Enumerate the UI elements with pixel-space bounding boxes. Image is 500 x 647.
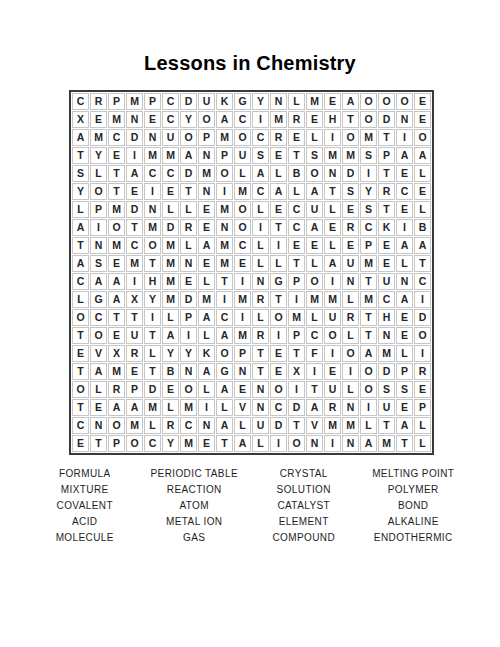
grid-cell[interactable]: C [252, 129, 269, 146]
grid-cell[interactable]: L [144, 345, 161, 362]
grid-cell[interactable]: S [378, 381, 395, 398]
grid-cell[interactable]: S [360, 201, 377, 218]
grid-cell[interactable]: E [306, 237, 323, 254]
grid-cell[interactable]: A [198, 237, 215, 254]
grid-cell[interactable]: P [216, 147, 233, 164]
grid-cell[interactable]: D [342, 165, 359, 182]
grid-cell[interactable]: M [180, 435, 197, 452]
grid-cell[interactable]: D [162, 219, 179, 236]
grid-cell[interactable]: T [378, 165, 395, 182]
grid-cell[interactable]: M [108, 363, 125, 380]
grid-cell[interactable]: R [252, 291, 269, 308]
grid-cell[interactable]: B [162, 363, 179, 380]
grid-cell[interactable]: T [126, 219, 143, 236]
grid-cell[interactable]: M [162, 291, 179, 308]
grid-cell[interactable]: E [288, 129, 305, 146]
grid-cell[interactable]: A [126, 399, 143, 416]
grid-cell[interactable]: L [198, 327, 215, 344]
grid-cell[interactable]: L [90, 165, 107, 182]
grid-cell[interactable]: C [162, 165, 179, 182]
grid-cell[interactable]: C [414, 273, 431, 290]
grid-cell[interactable]: N [144, 129, 161, 146]
grid-cell[interactable]: E [342, 237, 359, 254]
grid-cell[interactable]: T [378, 417, 395, 434]
grid-cell[interactable]: O [126, 435, 143, 452]
grid-cell[interactable]: L [216, 399, 233, 416]
grid-cell[interactable]: L [72, 291, 89, 308]
grid-cell[interactable]: D [288, 399, 305, 416]
grid-cell[interactable]: T [396, 435, 413, 452]
grid-cell[interactable]: E [198, 255, 215, 272]
grid-cell[interactable]: M [306, 291, 323, 308]
grid-cell[interactable]: N [252, 273, 269, 290]
grid-cell[interactable]: I [126, 273, 143, 290]
grid-cell[interactable]: E [72, 345, 89, 362]
grid-cell[interactable]: O [90, 183, 107, 200]
grid-cell[interactable]: D [378, 363, 395, 380]
grid-cell[interactable]: T [288, 417, 305, 434]
grid-cell[interactable]: A [396, 291, 413, 308]
grid-cell[interactable]: A [342, 93, 359, 110]
grid-cell[interactable]: O [342, 129, 359, 146]
grid-cell[interactable]: M [306, 93, 323, 110]
grid-cell[interactable]: I [216, 291, 233, 308]
grid-cell[interactable]: Y [360, 183, 377, 200]
grid-cell[interactable]: I [234, 273, 251, 290]
grid-cell[interactable]: I [288, 381, 305, 398]
grid-cell[interactable]: M [378, 345, 395, 362]
grid-cell[interactable]: I [126, 147, 143, 164]
grid-cell[interactable]: O [108, 219, 125, 236]
grid-cell[interactable]: S [72, 165, 89, 182]
grid-cell[interactable]: O [306, 273, 323, 290]
grid-cell[interactable]: E [414, 111, 431, 128]
grid-cell[interactable]: P [108, 93, 125, 110]
grid-cell[interactable]: A [234, 435, 251, 452]
grid-cell[interactable]: N [342, 273, 359, 290]
grid-cell[interactable]: T [144, 327, 161, 344]
grid-cell[interactable]: T [270, 291, 287, 308]
grid-cell[interactable]: E [324, 93, 341, 110]
grid-cell[interactable]: E [234, 381, 251, 398]
grid-cell[interactable]: C [72, 93, 89, 110]
grid-cell[interactable]: N [198, 183, 215, 200]
grid-cell[interactable]: N [396, 111, 413, 128]
grid-cell[interactable]: A [216, 381, 233, 398]
grid-cell[interactable]: C [72, 273, 89, 290]
grid-cell[interactable]: A [90, 273, 107, 290]
grid-cell[interactable]: T [360, 309, 377, 326]
grid-cell[interactable]: E [162, 381, 179, 398]
grid-cell[interactable]: A [126, 165, 143, 182]
grid-cell[interactable]: I [252, 111, 269, 128]
grid-cell[interactable]: N [270, 93, 287, 110]
grid-cell[interactable]: A [108, 399, 125, 416]
grid-cell[interactable]: A [306, 219, 323, 236]
grid-cell[interactable]: I [324, 129, 341, 146]
grid-cell[interactable]: L [288, 93, 305, 110]
grid-cell[interactable]: C [234, 111, 251, 128]
grid-cell[interactable]: E [414, 381, 431, 398]
grid-cell[interactable]: I [306, 363, 323, 380]
grid-cell[interactable]: C [108, 129, 125, 146]
grid-cell[interactable]: A [198, 363, 215, 380]
grid-cell[interactable]: L [414, 201, 431, 218]
grid-cell[interactable]: D [144, 381, 161, 398]
grid-cell[interactable]: S [252, 147, 269, 164]
grid-cell[interactable]: L [162, 399, 179, 416]
grid-cell[interactable]: E [108, 255, 125, 272]
grid-cell[interactable]: K [216, 93, 233, 110]
grid-cell[interactable]: T [288, 345, 305, 362]
grid-cell[interactable]: U [342, 255, 359, 272]
grid-cell[interactable]: C [288, 201, 305, 218]
grid-cell[interactable]: R [288, 111, 305, 128]
grid-cell[interactable]: L [306, 309, 323, 326]
grid-cell[interactable]: P [108, 435, 125, 452]
grid-cell[interactable]: Y [252, 93, 269, 110]
grid-cell[interactable]: O [360, 381, 377, 398]
grid-cell[interactable]: A [72, 255, 89, 272]
grid-cell[interactable]: E [396, 327, 413, 344]
grid-cell[interactable]: C [378, 291, 395, 308]
grid-cell[interactable]: E [270, 363, 287, 380]
grid-cell[interactable]: I [144, 309, 161, 326]
grid-cell[interactable]: E [198, 435, 215, 452]
grid-cell[interactable]: T [252, 345, 269, 362]
grid-cell[interactable]: T [72, 363, 89, 380]
grid-cell[interactable]: I [324, 273, 341, 290]
grid-cell[interactable]: C [144, 165, 161, 182]
grid-cell[interactable]: L [414, 165, 431, 182]
grid-cell[interactable]: U [324, 381, 341, 398]
grid-cell[interactable]: N [90, 417, 107, 434]
grid-cell[interactable]: G [216, 363, 233, 380]
grid-cell[interactable]: C [162, 93, 179, 110]
grid-cell[interactable]: I [360, 399, 377, 416]
grid-cell[interactable]: T [108, 183, 125, 200]
grid-cell[interactable]: A [396, 237, 413, 254]
grid-cell[interactable]: E [414, 93, 431, 110]
grid-cell[interactable]: M [126, 93, 143, 110]
grid-cell[interactable]: E [144, 111, 161, 128]
grid-cell[interactable]: N [252, 381, 269, 398]
grid-cell[interactable]: T [108, 309, 125, 326]
grid-cell[interactable]: O [396, 93, 413, 110]
grid-cell[interactable]: T [288, 147, 305, 164]
grid-cell[interactable]: F [306, 345, 323, 362]
grid-cell[interactable]: O [234, 201, 251, 218]
grid-cell[interactable]: C [162, 111, 179, 128]
grid-cell[interactable]: R [342, 309, 359, 326]
grid-cell[interactable]: I [198, 399, 215, 416]
grid-cell[interactable]: M [162, 273, 179, 290]
grid-cell[interactable]: N [234, 363, 251, 380]
grid-cell[interactable]: O [216, 345, 233, 362]
grid-cell[interactable]: O [180, 129, 197, 146]
grid-cell[interactable]: D [270, 417, 287, 434]
grid-cell[interactable]: L [324, 237, 341, 254]
grid-cell[interactable]: N [180, 255, 197, 272]
grid-cell[interactable]: N [324, 165, 341, 182]
grid-cell[interactable]: Y [180, 111, 197, 128]
grid-cell[interactable]: M [162, 255, 179, 272]
grid-cell[interactable]: T [72, 237, 89, 254]
grid-cell[interactable]: L [198, 381, 215, 398]
grid-cell[interactable]: M [234, 291, 251, 308]
grid-cell[interactable]: O [234, 129, 251, 146]
grid-cell[interactable]: A [162, 327, 179, 344]
grid-cell[interactable]: L [288, 183, 305, 200]
grid-cell[interactable]: D [180, 165, 197, 182]
grid-cell[interactable]: Y [144, 291, 161, 308]
grid-cell[interactable]: T [108, 165, 125, 182]
grid-cell[interactable]: L [306, 255, 323, 272]
grid-cell[interactable]: T [144, 255, 161, 272]
grid-cell[interactable]: L [144, 417, 161, 434]
grid-cell[interactable]: O [108, 417, 125, 434]
grid-cell[interactable]: A [396, 147, 413, 164]
grid-cell[interactable]: A [414, 237, 431, 254]
grid-cell[interactable]: D [180, 291, 197, 308]
grid-cell[interactable]: E [126, 363, 143, 380]
grid-cell[interactable]: M [288, 309, 305, 326]
grid-cell[interactable]: M [360, 129, 377, 146]
grid-cell[interactable]: E [234, 255, 251, 272]
grid-cell[interactable]: S [360, 147, 377, 164]
grid-cell[interactable]: M [324, 417, 341, 434]
grid-cell[interactable]: O [270, 381, 287, 398]
grid-cell[interactable]: U [162, 129, 179, 146]
grid-cell[interactable]: D [414, 309, 431, 326]
grid-cell[interactable]: I [324, 345, 341, 362]
grid-cell[interactable]: E [162, 183, 179, 200]
grid-cell[interactable]: H [324, 111, 341, 128]
grid-cell[interactable]: C [396, 183, 413, 200]
grid-cell[interactable]: R [252, 327, 269, 344]
grid-cell[interactable]: I [324, 435, 341, 452]
grid-cell[interactable]: O [270, 309, 287, 326]
grid-cell[interactable]: B [414, 219, 431, 236]
grid-cell[interactable]: E [342, 201, 359, 218]
grid-cell[interactable]: M [162, 147, 179, 164]
grid-cell[interactable]: A [396, 417, 413, 434]
grid-cell[interactable]: M [126, 417, 143, 434]
grid-cell[interactable]: I [396, 219, 413, 236]
grid-cell[interactable]: E [90, 399, 107, 416]
grid-cell[interactable]: E [270, 345, 287, 362]
grid-cell[interactable]: T [144, 363, 161, 380]
grid-cell[interactable]: P [144, 93, 161, 110]
grid-cell[interactable]: E [396, 201, 413, 218]
grid-cell[interactable]: I [414, 345, 431, 362]
grid-cell[interactable]: C [288, 219, 305, 236]
grid-cell[interactable]: Y [90, 147, 107, 164]
grid-cell[interactable]: O [90, 327, 107, 344]
grid-cell[interactable]: R [270, 129, 287, 146]
grid-cell[interactable]: P [360, 237, 377, 254]
grid-cell[interactable]: E [414, 183, 431, 200]
grid-cell[interactable]: E [72, 435, 89, 452]
grid-cell[interactable]: A [108, 291, 125, 308]
grid-cell[interactable]: M [270, 111, 287, 128]
grid-cell[interactable]: L [360, 417, 377, 434]
grid-cell[interactable]: P [234, 345, 251, 362]
grid-cell[interactable]: L [72, 201, 89, 218]
grid-cell[interactable]: O [180, 381, 197, 398]
grid-cell[interactable]: I [234, 309, 251, 326]
grid-cell[interactable]: N [252, 399, 269, 416]
grid-cell[interactable]: L [270, 165, 287, 182]
grid-cell[interactable]: P [90, 201, 107, 218]
grid-cell[interactable]: T [288, 255, 305, 272]
grid-cell[interactable]: M [360, 255, 377, 272]
grid-cell[interactable]: S [90, 255, 107, 272]
grid-cell[interactable]: X [72, 111, 89, 128]
grid-cell[interactable]: D [378, 111, 395, 128]
grid-cell[interactable]: L [252, 237, 269, 254]
grid-cell[interactable]: M [234, 183, 251, 200]
grid-cell[interactable]: U [198, 93, 215, 110]
grid-cell[interactable]: E [270, 201, 287, 218]
grid-cell[interactable]: D [126, 201, 143, 218]
grid-cell[interactable]: T [360, 327, 377, 344]
grid-cell[interactable]: R [108, 381, 125, 398]
grid-cell[interactable]: E [180, 273, 197, 290]
grid-cell[interactable]: N [144, 201, 161, 218]
grid-cell[interactable]: M [216, 129, 233, 146]
grid-cell[interactable]: C [144, 435, 161, 452]
grid-cell[interactable]: I [342, 363, 359, 380]
grid-cell[interactable]: I [270, 327, 287, 344]
grid-cell[interactable]: C [270, 399, 287, 416]
grid-cell[interactable]: U [126, 327, 143, 344]
grid-cell[interactable]: S [396, 381, 413, 398]
grid-cell[interactable]: I [144, 183, 161, 200]
grid-cell[interactable]: E [90, 111, 107, 128]
grid-cell[interactable]: G [270, 273, 287, 290]
grid-cell[interactable]: N [180, 363, 197, 380]
grid-cell[interactable]: M [342, 417, 359, 434]
grid-cell[interactable]: G [234, 93, 251, 110]
grid-cell[interactable]: L [342, 291, 359, 308]
grid-cell[interactable]: Y [72, 183, 89, 200]
grid-cell[interactable]: E [198, 201, 215, 218]
grid-cell[interactable]: T [324, 183, 341, 200]
grid-cell[interactable]: H [144, 273, 161, 290]
grid-cell[interactable]: E [270, 147, 287, 164]
grid-cell[interactable]: L [180, 237, 197, 254]
grid-cell[interactable]: O [144, 237, 161, 254]
grid-cell[interactable]: R [342, 219, 359, 236]
grid-cell[interactable]: A [216, 417, 233, 434]
grid-cell[interactable]: A [72, 129, 89, 146]
grid-cell[interactable]: I [360, 165, 377, 182]
grid-cell[interactable]: M [108, 201, 125, 218]
grid-cell[interactable]: T [216, 273, 233, 290]
grid-cell[interactable]: T [360, 273, 377, 290]
grid-cell[interactable]: T [126, 309, 143, 326]
grid-cell[interactable]: A [72, 219, 89, 236]
grid-cell[interactable]: I [216, 183, 233, 200]
grid-cell[interactable]: M [126, 255, 143, 272]
grid-cell[interactable]: R [180, 219, 197, 236]
grid-cell[interactable]: A [360, 345, 377, 362]
grid-cell[interactable]: P [126, 381, 143, 398]
grid-cell[interactable]: X [108, 345, 125, 362]
grid-cell[interactable]: A [90, 363, 107, 380]
grid-cell[interactable]: L [414, 435, 431, 452]
grid-cell[interactable]: R [414, 363, 431, 380]
grid-cell[interactable]: E [288, 237, 305, 254]
grid-cell[interactable]: O [324, 327, 341, 344]
grid-cell[interactable]: B [288, 165, 305, 182]
grid-cell[interactable]: E [396, 399, 413, 416]
grid-cell[interactable]: N [198, 417, 215, 434]
grid-cell[interactable]: N [216, 219, 233, 236]
grid-cell[interactable]: N [342, 435, 359, 452]
grid-cell[interactable]: O [198, 111, 215, 128]
grid-cell[interactable]: L [414, 417, 431, 434]
grid-cell[interactable]: V [234, 399, 251, 416]
grid-cell[interactable]: U [378, 399, 395, 416]
grid-cell[interactable]: G [90, 291, 107, 308]
grid-cell[interactable]: N [342, 399, 359, 416]
grid-cell[interactable]: T [72, 327, 89, 344]
grid-cell[interactable]: L [270, 255, 287, 272]
grid-cell[interactable]: N [198, 147, 215, 164]
grid-cell[interactable]: E [198, 219, 215, 236]
grid-cell[interactable]: M [216, 255, 233, 272]
grid-cell[interactable]: M [198, 165, 215, 182]
grid-cell[interactable]: P [396, 363, 413, 380]
grid-cell[interactable]: L [234, 165, 251, 182]
grid-cell[interactable]: I [396, 129, 413, 146]
grid-cell[interactable]: M [162, 237, 179, 254]
grid-cell[interactable]: A [414, 147, 431, 164]
grid-cell[interactable]: M [198, 291, 215, 308]
grid-cell[interactable]: N [396, 273, 413, 290]
grid-cell[interactable]: L [162, 201, 179, 218]
grid-cell[interactable]: M [90, 129, 107, 146]
grid-cell[interactable]: O [72, 309, 89, 326]
grid-cell[interactable]: P [378, 147, 395, 164]
grid-cell[interactable]: N [126, 111, 143, 128]
grid-cell[interactable]: O [414, 327, 431, 344]
grid-cell[interactable]: U [306, 201, 323, 218]
grid-cell[interactable]: A [360, 435, 377, 452]
grid-cell[interactable]: L [252, 435, 269, 452]
grid-cell[interactable]: O [342, 345, 359, 362]
grid-cell[interactable]: R [126, 345, 143, 362]
grid-cell[interactable]: C [126, 237, 143, 254]
grid-cell[interactable]: O [414, 129, 431, 146]
grid-cell[interactable]: A [306, 183, 323, 200]
grid-cell[interactable]: U [234, 147, 251, 164]
grid-cell[interactable]: M [324, 147, 341, 164]
grid-cell[interactable]: L [234, 417, 251, 434]
grid-cell[interactable]: I [270, 435, 287, 452]
grid-cell[interactable]: Y [162, 345, 179, 362]
grid-cell[interactable]: M [180, 399, 197, 416]
grid-cell[interactable]: L [180, 201, 197, 218]
grid-cell[interactable]: L [396, 345, 413, 362]
grid-cell[interactable]: N [306, 435, 323, 452]
grid-cell[interactable]: M [234, 327, 251, 344]
grid-cell[interactable]: L [252, 255, 269, 272]
grid-cell[interactable]: T [306, 381, 323, 398]
grid-cell[interactable]: I [252, 219, 269, 236]
